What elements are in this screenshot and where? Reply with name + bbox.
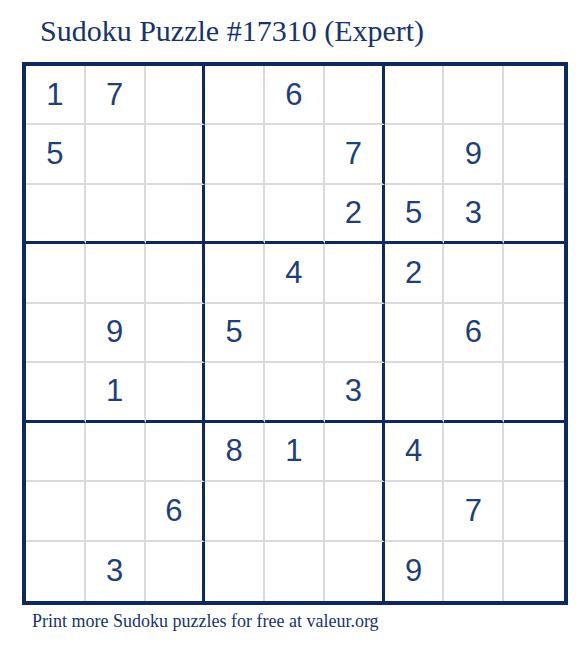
cell-r4c1-empty[interactable] — [26, 244, 86, 303]
cell-r9c4-empty[interactable] — [205, 542, 265, 601]
cell-r1c2-given: 7 — [86, 66, 146, 125]
cell-r2c9-empty[interactable] — [504, 125, 564, 184]
sudoku-board: 17657925342956138146739 — [22, 62, 568, 605]
cell-r9c9-empty[interactable] — [504, 542, 564, 601]
cell-r2c8-given: 9 — [444, 125, 504, 184]
cell-r9c7-given: 9 — [385, 542, 445, 601]
cell-r5c2-given: 9 — [86, 304, 146, 363]
cell-r8c6-empty[interactable] — [325, 482, 385, 541]
cell-r3c6-given: 2 — [325, 185, 385, 244]
cell-r6c6-given: 3 — [325, 363, 385, 422]
cell-r7c4-given: 8 — [205, 423, 265, 482]
cell-r1c9-empty[interactable] — [504, 66, 564, 125]
cell-r9c3-empty[interactable] — [146, 542, 206, 601]
cell-r6c9-empty[interactable] — [504, 363, 564, 422]
cell-r7c6-empty[interactable] — [325, 423, 385, 482]
cell-r4c5-given: 4 — [265, 244, 325, 303]
cell-r4c9-empty[interactable] — [504, 244, 564, 303]
cell-r8c8-given: 7 — [444, 482, 504, 541]
cell-r2c1-given: 5 — [26, 125, 86, 184]
cell-r9c8-empty[interactable] — [444, 542, 504, 601]
cell-r2c3-empty[interactable] — [146, 125, 206, 184]
cell-r7c8-empty[interactable] — [444, 423, 504, 482]
cell-r5c3-empty[interactable] — [146, 304, 206, 363]
cell-r2c7-empty[interactable] — [385, 125, 445, 184]
cell-r2c2-empty[interactable] — [86, 125, 146, 184]
cell-r4c8-empty[interactable] — [444, 244, 504, 303]
cell-r8c3-given: 6 — [146, 482, 206, 541]
cell-r3c4-empty[interactable] — [205, 185, 265, 244]
cell-r3c7-given: 5 — [385, 185, 445, 244]
cell-r7c1-empty[interactable] — [26, 423, 86, 482]
cell-r2c6-given: 7 — [325, 125, 385, 184]
footer-text: Print more Sudoku puzzles for free at va… — [32, 611, 379, 632]
cell-r1c7-empty[interactable] — [385, 66, 445, 125]
cell-r5c4-given: 5 — [205, 304, 265, 363]
cell-r8c5-empty[interactable] — [265, 482, 325, 541]
cell-r6c2-given: 1 — [86, 363, 146, 422]
cell-r6c3-empty[interactable] — [146, 363, 206, 422]
cell-r8c9-empty[interactable] — [504, 482, 564, 541]
cell-r1c6-empty[interactable] — [325, 66, 385, 125]
page-title: Sudoku Puzzle #17310 (Expert) — [40, 14, 424, 48]
cell-r8c7-empty[interactable] — [385, 482, 445, 541]
cell-r8c1-empty[interactable] — [26, 482, 86, 541]
cell-r7c5-given: 1 — [265, 423, 325, 482]
cell-r7c7-given: 4 — [385, 423, 445, 482]
cell-r2c5-empty[interactable] — [265, 125, 325, 184]
cell-r1c4-empty[interactable] — [205, 66, 265, 125]
cell-r7c9-empty[interactable] — [504, 423, 564, 482]
cell-r6c1-empty[interactable] — [26, 363, 86, 422]
cell-r4c2-empty[interactable] — [86, 244, 146, 303]
cell-r9c1-empty[interactable] — [26, 542, 86, 601]
sudoku-page: Sudoku Puzzle #17310 (Expert) 1765792534… — [0, 0, 580, 651]
cell-r7c3-empty[interactable] — [146, 423, 206, 482]
cell-r1c8-empty[interactable] — [444, 66, 504, 125]
cell-r5c7-empty[interactable] — [385, 304, 445, 363]
cell-r6c7-empty[interactable] — [385, 363, 445, 422]
cell-r3c2-empty[interactable] — [86, 185, 146, 244]
cell-r6c4-empty[interactable] — [205, 363, 265, 422]
cell-r1c1-given: 1 — [26, 66, 86, 125]
cell-r5c5-empty[interactable] — [265, 304, 325, 363]
cell-r5c1-empty[interactable] — [26, 304, 86, 363]
cell-r4c3-empty[interactable] — [146, 244, 206, 303]
cell-r3c8-given: 3 — [444, 185, 504, 244]
cell-r3c5-empty[interactable] — [265, 185, 325, 244]
cell-r2c4-empty[interactable] — [205, 125, 265, 184]
cell-r4c6-empty[interactable] — [325, 244, 385, 303]
cell-r9c2-given: 3 — [86, 542, 146, 601]
cell-r1c5-given: 6 — [265, 66, 325, 125]
cell-r1c3-empty[interactable] — [146, 66, 206, 125]
cell-r4c4-empty[interactable] — [205, 244, 265, 303]
cell-r3c1-empty[interactable] — [26, 185, 86, 244]
cell-r9c6-empty[interactable] — [325, 542, 385, 601]
cell-r5c9-empty[interactable] — [504, 304, 564, 363]
cell-r7c2-empty[interactable] — [86, 423, 146, 482]
cell-r4c7-given: 2 — [385, 244, 445, 303]
cell-r5c8-given: 6 — [444, 304, 504, 363]
cell-r8c4-empty[interactable] — [205, 482, 265, 541]
cell-r3c3-empty[interactable] — [146, 185, 206, 244]
cell-r6c5-empty[interactable] — [265, 363, 325, 422]
cell-r5c6-empty[interactable] — [325, 304, 385, 363]
cell-r3c9-empty[interactable] — [504, 185, 564, 244]
cell-r8c2-empty[interactable] — [86, 482, 146, 541]
cell-r9c5-empty[interactable] — [265, 542, 325, 601]
cell-r6c8-empty[interactable] — [444, 363, 504, 422]
